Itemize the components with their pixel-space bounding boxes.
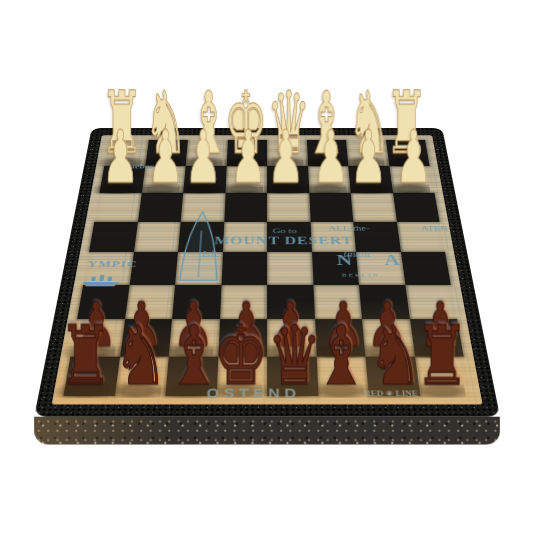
square-g2[interactable]: ♟ [141, 166, 185, 193]
board-front-edge [34, 417, 500, 445]
black-rook[interactable]: ♜ [414, 316, 469, 394]
square-e8[interactable]: ♚ [216, 356, 267, 396]
chess-board: ♜♞♝♚♛♝♞♜♟♟♟♟♟♟♟♟♟♟♟♟♟♟♟♟♜♞♝♚♛♝♞♜ Quebec … [34, 128, 500, 417]
square-e2[interactable]: ♟ [225, 166, 267, 193]
white-pawn[interactable]: ♟ [267, 122, 304, 192]
square-h4[interactable] [89, 221, 138, 252]
square-h2[interactable]: ♟ [99, 166, 144, 193]
square-b8[interactable]: ♞ [365, 356, 419, 396]
square-g5[interactable] [129, 252, 178, 284]
chess-set-photo: ♜♞♝♚♛♝♞♜♟♟♟♟♟♟♟♟♟♟♟♟♟♟♟♟♜♞♝♚♛♝♞♜ Quebec … [0, 0, 533, 533]
square-g3[interactable] [137, 193, 183, 222]
black-knight[interactable]: ♞ [112, 316, 167, 394]
white-pawn[interactable]: ♟ [229, 122, 266, 192]
square-b2[interactable]: ♟ [348, 166, 392, 193]
black-bishop[interactable]: ♝ [313, 316, 368, 394]
white-pawn[interactable]: ♟ [184, 122, 221, 192]
white-pawn[interactable]: ♟ [312, 122, 349, 192]
square-c8[interactable]: ♝ [316, 356, 369, 396]
square-h3[interactable] [94, 193, 141, 222]
white-pawn[interactable]: ♟ [350, 122, 387, 192]
black-rook[interactable]: ♜ [58, 316, 113, 394]
white-pawn[interactable]: ♟ [394, 122, 431, 192]
square-a2[interactable]: ♟ [388, 166, 433, 193]
square-c3[interactable] [308, 193, 352, 222]
square-d2[interactable]: ♟ [267, 166, 309, 193]
square-g8[interactable]: ♞ [114, 356, 168, 396]
square-e3[interactable] [223, 193, 266, 222]
square-c2[interactable]: ♟ [307, 166, 350, 193]
white-pawn[interactable]: ♟ [102, 122, 139, 192]
board-perspective-wrap: ♜♞♝♚♛♝♞♜♟♟♟♟♟♟♟♟♟♟♟♟♟♟♟♟♜♞♝♚♛♝♞♜ Quebec … [67, 52, 467, 452]
square-d3[interactable] [267, 193, 310, 222]
black-king[interactable]: ♚ [213, 316, 268, 394]
square-a8[interactable]: ♜ [414, 356, 470, 396]
board-surface: ♜♞♝♚♛♝♞♜♟♟♟♟♟♟♟♟♟♟♟♟♟♟♟♟♜♞♝♚♛♝♞♜ Quebec … [51, 135, 482, 404]
square-a3[interactable] [392, 193, 439, 222]
white-pawn[interactable]: ♟ [146, 122, 183, 192]
square-g4[interactable] [133, 221, 180, 252]
square-f2[interactable]: ♟ [183, 166, 226, 193]
square-b3[interactable] [350, 193, 396, 222]
square-f8[interactable]: ♝ [165, 356, 218, 396]
square-h8[interactable]: ♜ [63, 356, 119, 396]
square-d8[interactable]: ♛ [267, 356, 318, 396]
